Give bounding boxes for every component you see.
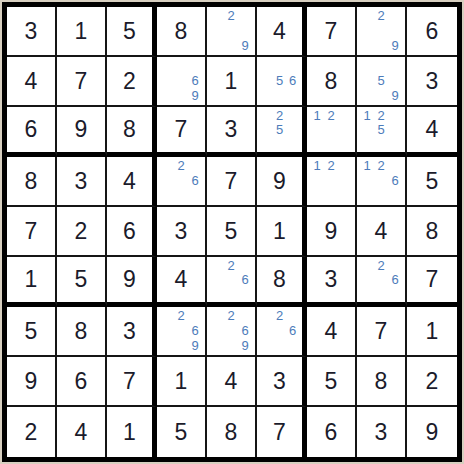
- pencil-marks: 269: [210, 308, 252, 353]
- cell-r5c4[interactable]: 3: [157, 207, 207, 257]
- digit: 1: [225, 70, 238, 93]
- pencil-marks: 125: [360, 108, 402, 150]
- digit: 5: [123, 20, 136, 43]
- cell-r5c3[interactable]: 6: [107, 207, 157, 257]
- candidate-digit: 2: [224, 308, 238, 323]
- candidate-digit: 6: [286, 73, 299, 88]
- digit: 3: [123, 320, 136, 343]
- cell-r9c8[interactable]: 3: [357, 407, 407, 457]
- cell-r6c6[interactable]: 8: [257, 257, 307, 307]
- candidate-digit: 1: [360, 158, 374, 173]
- digit: 6: [426, 20, 439, 43]
- digit: 6: [75, 370, 88, 393]
- cell-r2c6[interactable]: 56: [257, 57, 307, 107]
- cell-r7c9[interactable]: 1: [407, 307, 457, 357]
- cell-r9c7[interactable]: 6: [307, 407, 357, 457]
- candidate-digit: 6: [238, 272, 252, 286]
- pencil-marks: 269: [160, 308, 202, 353]
- candidate-digit: 5: [374, 122, 388, 136]
- digit: 5: [25, 320, 38, 343]
- candidate-digit: 9: [388, 88, 402, 103]
- cell-r2c8[interactable]: 59: [357, 57, 407, 107]
- candidate-digit: 5: [273, 73, 286, 88]
- cell-r3c7[interactable]: 12: [307, 107, 357, 157]
- cell-r1c5[interactable]: 29: [207, 7, 257, 57]
- cell-r1c9[interactable]: 6: [407, 7, 457, 57]
- candidate-digit: 6: [188, 73, 202, 88]
- candidate-digit: 2: [374, 8, 388, 23]
- candidate-digit: 2: [224, 8, 238, 23]
- candidate-digit: 9: [188, 338, 202, 353]
- digit: 7: [426, 268, 439, 291]
- cell-r1c1[interactable]: 3: [7, 7, 57, 57]
- candidate-digit: 6: [388, 272, 402, 286]
- digit: 9: [426, 421, 439, 444]
- cell-r8c9[interactable]: 2: [407, 357, 457, 407]
- candidate-digit: 2: [174, 308, 188, 323]
- digit: 7: [273, 421, 286, 444]
- cell-r1c7[interactable]: 7: [307, 7, 357, 57]
- digit: 2: [123, 70, 136, 93]
- cell-r4c5[interactable]: 7: [207, 157, 257, 207]
- digit: 3: [75, 170, 88, 193]
- candidate-digit: 6: [188, 173, 202, 188]
- cell-r2c1[interactable]: 4: [7, 57, 57, 107]
- digit: 4: [25, 70, 38, 93]
- digit: 4: [426, 118, 439, 141]
- digit: 5: [325, 370, 338, 393]
- cell-r2c4[interactable]: 69: [157, 57, 207, 107]
- digit: 6: [325, 421, 338, 444]
- candidate-digit: 6: [286, 323, 299, 338]
- cell-r9c4[interactable]: 5: [157, 407, 207, 457]
- cell-r7c4[interactable]: 269: [157, 307, 207, 357]
- cell-r4c7[interactable]: 12: [307, 157, 357, 207]
- cell-r6c5[interactable]: 26: [207, 257, 257, 307]
- pencil-marks: 26: [360, 258, 402, 300]
- cell-r1c6[interactable]: 4: [257, 7, 307, 57]
- digit: 1: [123, 421, 136, 444]
- digit: 8: [325, 70, 338, 93]
- pencil-marks: 26: [260, 308, 299, 353]
- digit: 4: [123, 170, 136, 193]
- cell-r7c3[interactable]: 3: [107, 307, 157, 357]
- candidate-digit: 9: [238, 38, 252, 53]
- cell-r6c2[interactable]: 5: [57, 257, 107, 307]
- candidate-digit: 6: [388, 173, 402, 188]
- digit: 6: [25, 118, 38, 141]
- cell-r4c3[interactable]: 4: [107, 157, 157, 207]
- digit: 8: [273, 268, 286, 291]
- cell-r6c9[interactable]: 7: [407, 257, 457, 307]
- cell-r6c1[interactable]: 1: [7, 257, 57, 307]
- digit: 2: [75, 220, 88, 243]
- cell-r8c4[interactable]: 1: [157, 357, 207, 407]
- cell-r6c3[interactable]: 9: [107, 257, 157, 307]
- digit: 1: [25, 268, 38, 291]
- digit: 3: [273, 370, 286, 393]
- digit: 4: [75, 421, 88, 444]
- pencil-marks: 26: [160, 158, 202, 203]
- candidate-digit: 1: [310, 108, 324, 122]
- cell-r2c5[interactable]: 1: [207, 57, 257, 107]
- pencil-marks: 26: [210, 258, 252, 300]
- digit: 8: [375, 370, 388, 393]
- candidate-digit: 5: [374, 73, 388, 88]
- cell-r8c3[interactable]: 7: [107, 357, 157, 407]
- digit: 5: [426, 170, 439, 193]
- cell-r7c6[interactable]: 26: [257, 307, 307, 357]
- candidate-digit: 1: [360, 108, 374, 122]
- digit: 1: [426, 320, 439, 343]
- cell-r4c4[interactable]: 26: [157, 157, 207, 207]
- digit: 7: [225, 170, 238, 193]
- cell-r3c8[interactable]: 125: [357, 107, 407, 157]
- digit: 2: [426, 370, 439, 393]
- digit: 4: [175, 268, 188, 291]
- digit: 8: [426, 220, 439, 243]
- digit: 7: [375, 320, 388, 343]
- cell-r7c7[interactable]: 4: [307, 307, 357, 357]
- digit: 8: [25, 170, 38, 193]
- digit: 8: [175, 20, 188, 43]
- cell-r9c6[interactable]: 7: [257, 407, 307, 457]
- digit: 6: [123, 220, 136, 243]
- cell-r4c6[interactable]: 9: [257, 157, 307, 207]
- cell-r5c2[interactable]: 2: [57, 207, 107, 257]
- pencil-marks: 69: [160, 58, 202, 103]
- pencil-marks: 59: [360, 58, 402, 103]
- digit: 9: [25, 370, 38, 393]
- cell-r6c7[interactable]: 3: [307, 257, 357, 307]
- candidate-digit: 2: [324, 158, 338, 173]
- digit: 3: [175, 220, 188, 243]
- candidate-digit: 6: [188, 323, 202, 338]
- cell-r8c1[interactable]: 9: [7, 357, 57, 407]
- digit: 8: [225, 421, 238, 444]
- candidate-digit: 6: [238, 323, 252, 338]
- pencil-marks: 12: [310, 108, 352, 150]
- cell-r6c4[interactable]: 4: [157, 257, 207, 307]
- candidate-digit: 2: [374, 258, 388, 272]
- digit: 4: [273, 20, 286, 43]
- digit: 8: [123, 118, 136, 141]
- cell-r1c8[interactable]: 29: [357, 7, 407, 57]
- digit: 5: [75, 268, 88, 291]
- digit: 9: [325, 220, 338, 243]
- cell-r3c4[interactable]: 7: [157, 107, 207, 157]
- pencil-marks: 126: [360, 158, 402, 203]
- cell-r7c8[interactable]: 7: [357, 307, 407, 357]
- cell-r9c9[interactable]: 9: [407, 407, 457, 457]
- cell-r8c8[interactable]: 8: [357, 357, 407, 407]
- candidate-digit: 2: [273, 108, 286, 122]
- candidate-digit: 2: [224, 258, 238, 272]
- cell-r8c7[interactable]: 5: [307, 357, 357, 407]
- candidate-digit: 9: [238, 338, 252, 353]
- candidate-digit: 2: [374, 158, 388, 173]
- cell-r3c6[interactable]: 25: [257, 107, 307, 157]
- cell-r2c3[interactable]: 2: [107, 57, 157, 107]
- digit: 3: [426, 70, 439, 93]
- digit: 7: [75, 70, 88, 93]
- candidate-digit: 2: [374, 108, 388, 122]
- digit: 4: [225, 370, 238, 393]
- digit: 8: [75, 320, 88, 343]
- cell-r5c9[interactable]: 8: [407, 207, 457, 257]
- cell-r7c1[interactable]: 5: [7, 307, 57, 357]
- digit: 3: [25, 20, 38, 43]
- cell-r7c5[interactable]: 269: [207, 307, 257, 357]
- cell-r5c6[interactable]: 1: [257, 207, 307, 257]
- pencil-marks: 29: [210, 8, 252, 53]
- digit: 7: [25, 220, 38, 243]
- cell-r2c9[interactable]: 3: [407, 57, 457, 107]
- cell-r3c3[interactable]: 8: [107, 107, 157, 157]
- cell-r1c3[interactable]: 5: [107, 7, 157, 57]
- cell-r3c2[interactable]: 9: [57, 107, 107, 157]
- digit: 4: [375, 220, 388, 243]
- digit: 7: [325, 20, 338, 43]
- cell-r1c2[interactable]: 1: [57, 7, 107, 57]
- cell-r5c1[interactable]: 7: [7, 207, 57, 257]
- candidate-digit: 2: [273, 308, 286, 323]
- cell-r3c1[interactable]: 6: [7, 107, 57, 157]
- cell-r9c5[interactable]: 8: [207, 407, 257, 457]
- pencil-marks: 56: [260, 58, 299, 103]
- cell-r7c2[interactable]: 8: [57, 307, 107, 357]
- pencil-marks: 12: [310, 158, 352, 203]
- cell-r4c2[interactable]: 3: [57, 157, 107, 207]
- cell-r9c2[interactable]: 4: [57, 407, 107, 457]
- digit: 4: [325, 320, 338, 343]
- digit: 9: [75, 118, 88, 141]
- cell-r9c1[interactable]: 2: [7, 407, 57, 457]
- cell-r9c3[interactable]: 1: [107, 407, 157, 457]
- candidate-digit: 9: [388, 38, 402, 53]
- sudoku-screen: 3158294729647269156859369873251212548342…: [0, 0, 464, 464]
- digit: 1: [175, 370, 188, 393]
- candidate-digit: 9: [188, 88, 202, 103]
- cell-r2c7[interactable]: 8: [307, 57, 357, 107]
- digit: 9: [123, 268, 136, 291]
- cell-r3c9[interactable]: 4: [407, 107, 457, 157]
- cell-r4c8[interactable]: 126: [357, 157, 407, 207]
- cell-r2c2[interactable]: 7: [57, 57, 107, 107]
- cell-r8c6[interactable]: 3: [257, 357, 307, 407]
- cell-r3c5[interactable]: 3: [207, 107, 257, 157]
- digit: 5: [175, 421, 188, 444]
- digit: 1: [273, 220, 286, 243]
- candidate-digit: 2: [174, 158, 188, 173]
- cell-r6c8[interactable]: 26: [357, 257, 407, 307]
- cell-r8c5[interactable]: 4: [207, 357, 257, 407]
- digit: 5: [225, 220, 238, 243]
- digit: 3: [225, 118, 238, 141]
- digit: 3: [325, 268, 338, 291]
- cell-r4c1[interactable]: 8: [7, 157, 57, 207]
- candidate-digit: 1: [310, 158, 324, 173]
- cell-r1c4[interactable]: 8: [157, 7, 207, 57]
- cell-r5c5[interactable]: 5: [207, 207, 257, 257]
- pencil-marks: 29: [360, 8, 402, 53]
- cell-r5c7[interactable]: 9: [307, 207, 357, 257]
- candidate-digit: 2: [324, 108, 338, 122]
- digit: 3: [375, 421, 388, 444]
- sudoku-board: 3158294729647269156859369873251212548342…: [2, 2, 462, 462]
- cell-r5c8[interactable]: 4: [357, 207, 407, 257]
- candidate-digit: 5: [273, 122, 286, 136]
- cell-r8c2[interactable]: 6: [57, 357, 107, 407]
- digit: 9: [273, 170, 286, 193]
- digit: 7: [123, 370, 136, 393]
- pencil-marks: 25: [260, 108, 299, 150]
- digit: 1: [75, 20, 88, 43]
- digit: 7: [175, 118, 188, 141]
- cell-r4c9[interactable]: 5: [407, 157, 457, 207]
- digit: 2: [25, 421, 38, 444]
